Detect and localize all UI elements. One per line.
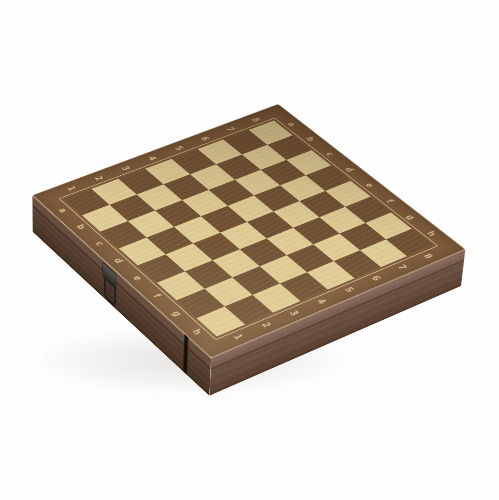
square-h1[interactable] — [196, 306, 245, 336]
square-h6[interactable] — [334, 250, 381, 278]
square-c1[interactable] — [100, 221, 146, 248]
square-g3[interactable] — [232, 266, 280, 295]
coordinate-mark-h: h — [413, 222, 450, 245]
square-g4[interactable] — [260, 255, 307, 283]
square-e2[interactable] — [166, 243, 213, 271]
square-h4[interactable] — [280, 272, 328, 301]
square-d1[interactable] — [119, 238, 166, 266]
chess-board-top: abcdefgh abcdefgh 87654321 87654321 — [32, 104, 465, 358]
square-h7[interactable] — [360, 239, 407, 267]
square-f3[interactable] — [213, 249, 260, 277]
square-f1[interactable] — [157, 271, 205, 300]
scene-perspective: abcdefgh abcdefgh 87654321 87654321 — [84, 59, 410, 385]
square-h5[interactable] — [307, 261, 354, 289]
square-g2[interactable] — [205, 277, 253, 306]
square-h2[interactable] — [225, 295, 273, 325]
square-g5[interactable] — [287, 244, 334, 272]
square-f4[interactable] — [240, 238, 287, 266]
square-d3[interactable] — [174, 216, 220, 243]
square-f5[interactable] — [267, 228, 314, 255]
square-e1[interactable] — [138, 254, 185, 282]
square-h8[interactable] — [386, 229, 433, 256]
square-g6[interactable] — [313, 234, 360, 262]
square-e4[interactable] — [220, 222, 266, 249]
product-photo: abcdefgh abcdefgh 87654321 87654321 — [0, 0, 499, 500]
scene-rotation: abcdefgh abcdefgh 87654321 87654321 — [0, 0, 499, 500]
square-f2[interactable] — [185, 260, 232, 289]
box-joint-seam — [183, 333, 189, 375]
square-g1[interactable] — [177, 289, 225, 318]
square-h3[interactable] — [252, 284, 300, 313]
square-e3[interactable] — [193, 233, 240, 261]
chess-box: abcdefgh abcdefgh 87654321 87654321 — [32, 104, 465, 358]
square-d2[interactable] — [147, 227, 194, 255]
